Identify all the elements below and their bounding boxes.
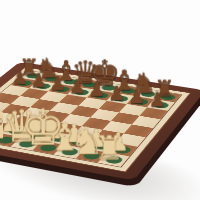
black-rook: ♜ <box>19 57 39 79</box>
felt-base <box>72 88 91 95</box>
square-h5 <box>132 116 161 128</box>
felt-base <box>61 78 79 85</box>
square-c8: ♝ <box>57 76 84 86</box>
square-c7: ♟ <box>48 84 76 95</box>
black-pawn: ♟ <box>30 71 47 90</box>
felt-base <box>159 93 177 101</box>
black-pawn: ♟ <box>11 68 28 87</box>
square-e6 <box>79 98 107 109</box>
felt-base <box>34 82 53 89</box>
black-knight: ♞ <box>35 55 59 82</box>
square-e7: ♟ <box>87 90 115 101</box>
felt-base <box>15 79 34 86</box>
squares-grid: ♜♞♝♛♚♝♞♜♟♟♟♟♟♟♟♟♟♟♟♟♟♟♟♟♜♞♝♛♚♝♞♜ <box>0 70 182 167</box>
felt-base <box>131 98 150 106</box>
black-pawn: ♟ <box>148 89 166 109</box>
square-h1: ♜ <box>98 153 129 167</box>
square-h6 <box>140 107 168 119</box>
square-d8: ♛ <box>76 79 103 90</box>
black-rook: ♜ <box>154 78 175 101</box>
felt-base <box>119 87 137 94</box>
felt-base <box>111 95 130 103</box>
black-king: ♚ <box>89 56 121 91</box>
square-h7: ♟ <box>147 99 174 110</box>
felt-base <box>151 101 170 109</box>
black-pawn: ♟ <box>88 80 105 99</box>
black-bishop: ♝ <box>54 58 78 85</box>
square-f7: ♟ <box>107 93 135 104</box>
square-a8: ♜ <box>20 71 47 81</box>
chess-set-photo-scene: ♜♞♝♛♚♝♞♜♟♟♟♟♟♟♟♟♟♟♟♟♟♟♟♟♜♞♝♛♚♝♞♜ <box>0 0 200 200</box>
square-h8: ♜ <box>154 91 181 102</box>
chess-board: ♜♞♝♛♚♝♞♜♟♟♟♟♟♟♟♟♟♟♟♟♟♟♟♟♜♞♝♛♚♝♞♜ <box>0 62 200 181</box>
square-a6 <box>1 85 29 96</box>
square-e8: ♚ <box>95 82 122 93</box>
felt-base <box>24 72 42 79</box>
square-b8: ♞ <box>38 74 65 84</box>
square-g8: ♞ <box>134 88 161 99</box>
square-b7: ♟ <box>29 81 57 92</box>
felt-base <box>42 75 60 82</box>
felt-base <box>53 85 72 92</box>
black-pawn: ♟ <box>108 83 126 103</box>
square-a7: ♟ <box>11 78 39 88</box>
square-f8: ♝ <box>114 85 141 96</box>
square-f6 <box>99 101 127 113</box>
black-pawn: ♟ <box>69 77 86 96</box>
black-pawn: ♟ <box>128 86 146 106</box>
chess-board-wrap: ♜♞♝♛♚♝♞♜♟♟♟♟♟♟♟♟♟♟♟♟♟♟♟♟♜♞♝♛♚♝♞♜ <box>0 6 178 200</box>
square-g7: ♟ <box>127 96 155 107</box>
maple-border: ♜♞♝♛♚♝♞♜♟♟♟♟♟♟♟♟♟♟♟♟♟♟♟♟♜♞♝♛♚♝♞♜ <box>0 67 191 172</box>
felt-base <box>80 81 98 88</box>
white-rook: ♜ <box>94 132 124 165</box>
square-d7: ♟ <box>67 87 95 98</box>
felt-base <box>139 90 157 97</box>
black-pawn: ♟ <box>49 74 66 93</box>
black-queen: ♛ <box>71 57 99 88</box>
felt-base <box>91 92 110 100</box>
black-knight: ♞ <box>132 70 157 98</box>
felt-base <box>99 84 117 91</box>
black-bishop: ♝ <box>112 67 137 95</box>
